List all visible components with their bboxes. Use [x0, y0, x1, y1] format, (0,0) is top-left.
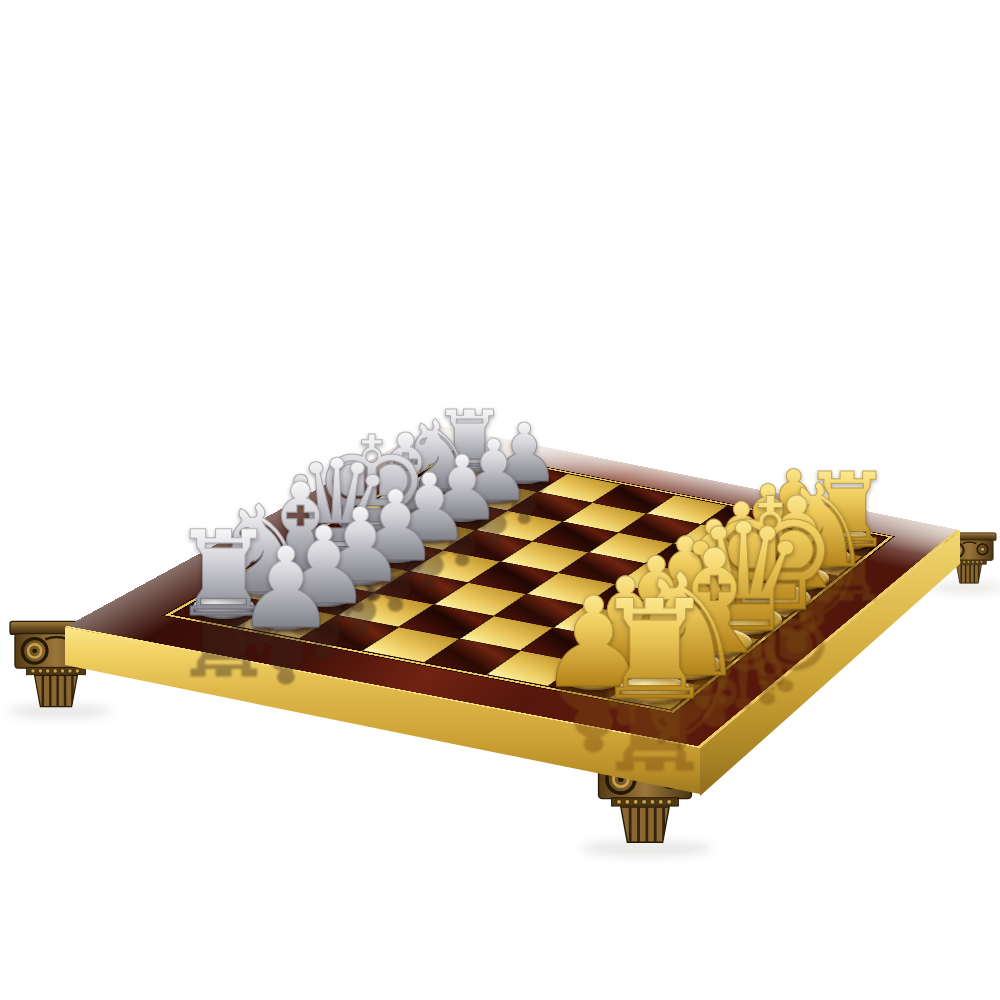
chess-set-product-photo: ♜♜♟♟♞♞♟♟♝♝♟♟♚♚♟♟♟♟♜♜♛♛♟♟♟♟♞♞♝♝♟♟♟♟♝♝♞♞♟♟…	[0, 0, 1000, 1000]
chess-board	[65, 425, 960, 748]
